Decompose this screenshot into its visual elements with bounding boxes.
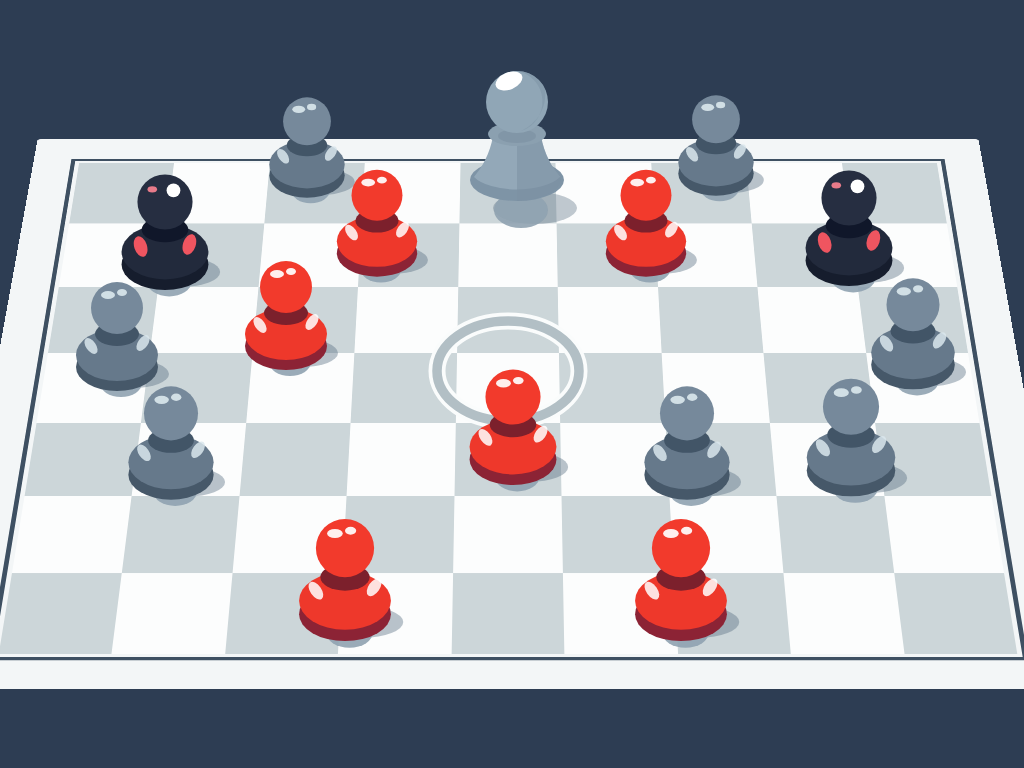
piece-body	[470, 68, 564, 201]
piece-body	[337, 170, 417, 277]
red-pawn[interactable]	[597, 162, 695, 289]
gray-pawn[interactable]	[119, 378, 223, 513]
gray-pawn[interactable]	[635, 378, 739, 513]
piece-body	[807, 379, 896, 497]
red-pawn[interactable]	[289, 510, 401, 656]
tall-gray-pawn[interactable]	[457, 30, 577, 240]
piece-body	[128, 386, 213, 499]
piece-body	[606, 170, 686, 277]
red-pawn[interactable]	[460, 361, 566, 499]
piece-body	[245, 261, 327, 370]
board-game-illustration	[0, 0, 1024, 768]
piece-body	[299, 519, 391, 641]
piece-body	[806, 170, 893, 286]
piece-body	[76, 282, 158, 391]
piece-body	[470, 369, 557, 485]
piece-body	[635, 519, 727, 641]
pieces-layer	[0, 0, 1024, 768]
piece-body	[122, 174, 209, 290]
gray-pawn[interactable]	[797, 370, 905, 510]
red-pawn[interactable]	[328, 162, 426, 289]
red-pawn[interactable]	[625, 510, 737, 656]
piece-body	[644, 386, 729, 499]
red-pawn[interactable]	[236, 253, 336, 383]
